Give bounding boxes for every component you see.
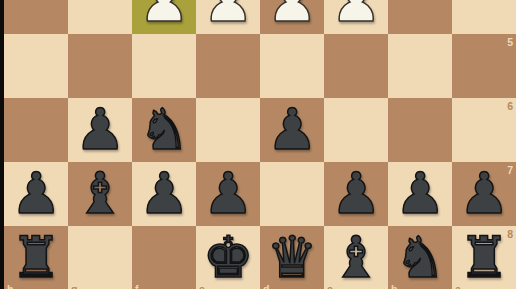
rank-label-8: 8 [507,229,513,240]
square-e6[interactable] [196,98,260,162]
square-b4[interactable] [388,0,452,34]
square-d8[interactable]: ♛d [260,226,324,289]
file-label-a: a [455,284,461,289]
square-g5[interactable] [68,34,132,98]
square-b6[interactable] [388,98,452,162]
square-c8[interactable]: ♝c [324,226,388,289]
file-label-g: g [71,284,77,289]
piece-black-rook[interactable]: ♜ [4,226,68,289]
file-label-e: e [199,284,205,289]
file-label-d: d [263,284,269,289]
file-label-b: b [391,284,397,289]
piece-black-pawn[interactable]: ♟ [324,162,388,226]
square-d4[interactable]: ♟ [260,0,324,34]
square-a7[interactable]: ♟7 [452,162,516,226]
square-f7[interactable]: ♟ [132,162,196,226]
square-h7[interactable]: ♟ [4,162,68,226]
piece-white-pawn[interactable]: ♟ [324,0,388,34]
square-e5[interactable] [196,34,260,98]
square-d7[interactable] [260,162,324,226]
square-e8[interactable]: ♚e [196,226,260,289]
piece-white-pawn[interactable]: ♟ [196,0,260,34]
square-d5[interactable] [260,34,324,98]
square-d6[interactable]: ♟ [260,98,324,162]
piece-black-queen[interactable]: ♛ [260,226,324,289]
square-c4[interactable]: ♟ [324,0,388,34]
square-b8[interactable]: ♞b [388,226,452,289]
file-label-f: f [135,284,139,289]
square-f6[interactable]: ♞ [132,98,196,162]
board: ♟♟♟♟45♟♞♟6♟♝♟♟♟♟♟7♜hgf♚e♛d♝c♞b♜8a [4,0,516,289]
square-b5[interactable] [388,34,452,98]
file-label-c: c [327,284,333,289]
square-c6[interactable] [324,98,388,162]
square-g7[interactable]: ♝ [68,162,132,226]
square-b7[interactable]: ♟ [388,162,452,226]
piece-black-pawn[interactable]: ♟ [132,162,196,226]
piece-black-pawn[interactable]: ♟ [196,162,260,226]
square-g4[interactable] [68,0,132,34]
left-edge-bar [0,0,4,289]
square-f8[interactable]: f [132,226,196,289]
square-h6[interactable] [4,98,68,162]
piece-black-knight[interactable]: ♞ [388,226,452,289]
piece-black-knight[interactable]: ♞ [132,98,196,162]
piece-black-pawn[interactable]: ♟ [68,98,132,162]
piece-black-bishop[interactable]: ♝ [324,226,388,289]
file-label-h: h [7,284,13,289]
chess-board-viewport: ♟♟♟♟45♟♞♟6♟♝♟♟♟♟♟7♜hgf♚e♛d♝c♞b♜8a [0,0,516,289]
rank-label-6: 6 [507,101,513,112]
square-a4[interactable]: 4 [452,0,516,34]
piece-white-pawn[interactable]: ♟ [260,0,324,34]
piece-black-pawn[interactable]: ♟ [4,162,68,226]
square-g6[interactable]: ♟ [68,98,132,162]
piece-white-pawn[interactable]: ♟ [132,0,196,34]
square-a5[interactable]: 5 [452,34,516,98]
square-c7[interactable]: ♟ [324,162,388,226]
square-a8[interactable]: ♜8a [452,226,516,289]
square-f4[interactable]: ♟ [132,0,196,34]
square-e4[interactable]: ♟ [196,0,260,34]
square-e7[interactable]: ♟ [196,162,260,226]
square-c5[interactable] [324,34,388,98]
piece-black-bishop[interactable]: ♝ [68,162,132,226]
piece-black-pawn[interactable]: ♟ [388,162,452,226]
square-h5[interactable] [4,34,68,98]
rank-label-7: 7 [507,165,513,176]
square-a6[interactable]: 6 [452,98,516,162]
square-h8[interactable]: ♜h [4,226,68,289]
square-h4[interactable] [4,0,68,34]
piece-black-pawn[interactable]: ♟ [260,98,324,162]
rank-label-5: 5 [507,37,513,48]
square-f5[interactable] [132,34,196,98]
square-g8[interactable]: g [68,226,132,289]
piece-black-king[interactable]: ♚ [196,226,260,289]
